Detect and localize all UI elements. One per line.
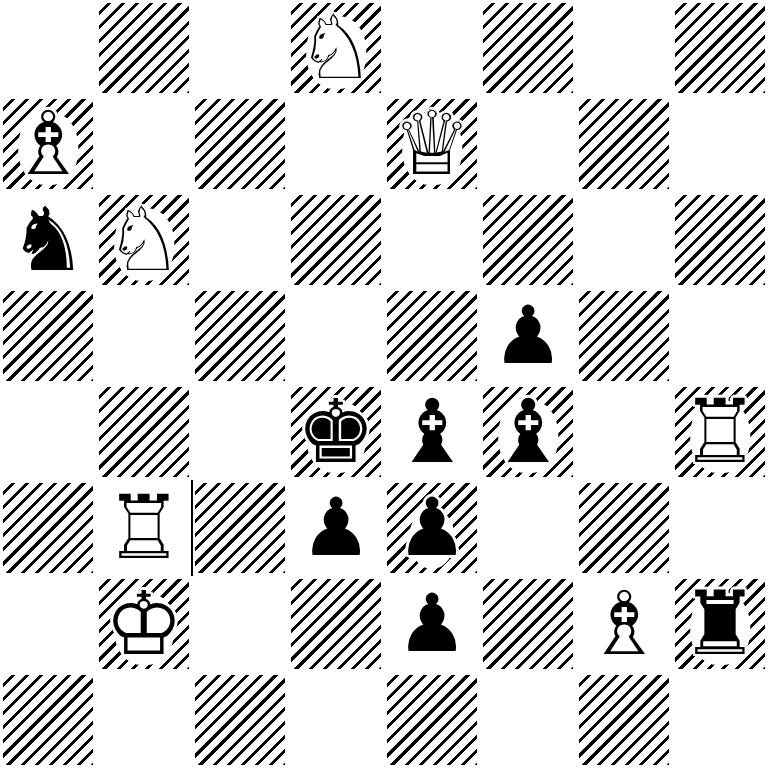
black-bishop-glyph: ♝ [393,384,472,480]
piece-white-queen[interactable]: ♕ [384,96,480,192]
square-g6[interactable] [576,192,672,288]
square-f7[interactable] [480,96,576,192]
white-knight-glyph: ♘ [297,0,376,96]
square-b6[interactable]: ♘ [96,192,192,288]
piece-white-king[interactable]: ♔ [96,576,192,672]
piece-white-rook[interactable]: ♖ [672,384,768,480]
square-c5[interactable] [192,288,288,384]
square-d1[interactable] [288,672,384,768]
piece-black-knight[interactable]: ♞ [0,192,96,288]
square-a4[interactable] [0,384,96,480]
white-queen-glyph: ♕ [393,96,472,192]
square-a7[interactable]: ♗ [0,96,96,192]
square-b1[interactable] [96,672,192,768]
square-f3[interactable] [480,480,576,576]
piece-white-rook[interactable]: ♖ [96,480,192,576]
square-g1[interactable] [576,672,672,768]
white-bishop-glyph: ♗ [9,96,88,192]
square-f6[interactable] [480,192,576,288]
square-e2[interactable]: ♟ [384,576,480,672]
piece-black-pawn[interactable]: ♟ [288,480,384,576]
square-a8[interactable] [0,0,96,96]
square-f1[interactable] [480,672,576,768]
square-b8[interactable] [96,0,192,96]
square-f8[interactable] [480,0,576,96]
black-king-glyph: ♚ [297,384,376,480]
black-pawn-glyph: ♟ [396,576,468,672]
square-h2[interactable]: ♜ [672,576,768,672]
white-bishop-glyph: ♗ [585,576,664,672]
black-rook-glyph: ♜ [681,576,760,672]
square-h4[interactable]: ♖ [672,384,768,480]
square-f2[interactable] [480,576,576,672]
square-d7[interactable] [288,96,384,192]
square-e3[interactable]: ♟ [384,480,480,576]
square-d4[interactable]: ♚ [288,384,384,480]
piece-black-pawn[interactable]: ♟ [384,576,480,672]
chess-board: ♘♗♕♞♘♟♚♝♝♖♖♟♟♔♟♗♜ [0,0,768,768]
square-g5[interactable] [576,288,672,384]
square-c7[interactable] [192,96,288,192]
black-knight-glyph: ♞ [9,192,88,288]
square-h8[interactable] [672,0,768,96]
square-g2[interactable]: ♗ [576,576,672,672]
square-d6[interactable] [288,192,384,288]
square-h7[interactable] [672,96,768,192]
square-d3[interactable]: ♟ [288,480,384,576]
square-g7[interactable] [576,96,672,192]
square-c1[interactable] [192,672,288,768]
white-king-glyph: ♔ [105,576,184,672]
white-knight-glyph: ♘ [105,192,184,288]
piece-black-bishop[interactable]: ♝ [384,384,480,480]
square-h1[interactable] [672,672,768,768]
square-e4[interactable]: ♝ [384,384,480,480]
square-g8[interactable] [576,0,672,96]
white-rook-glyph: ♖ [105,480,184,576]
piece-white-knight[interactable]: ♘ [288,0,384,96]
piece-white-bishop[interactable]: ♗ [0,96,96,192]
piece-black-king[interactable]: ♚ [288,384,384,480]
square-a6[interactable]: ♞ [0,192,96,288]
square-b5[interactable] [96,288,192,384]
square-h3[interactable] [672,480,768,576]
piece-black-bishop[interactable]: ♝ [480,384,576,480]
square-h6[interactable] [672,192,768,288]
square-a5[interactable] [0,288,96,384]
square-f5[interactable]: ♟ [480,288,576,384]
piece-black-pawn[interactable]: ♟ [480,288,576,384]
square-f4[interactable]: ♝ [480,384,576,480]
square-c2[interactable] [192,576,288,672]
square-c3[interactable] [192,480,288,576]
square-boundary-line [191,480,193,576]
square-d8[interactable]: ♘ [288,0,384,96]
square-b3[interactable]: ♖ [96,480,192,576]
square-b2[interactable]: ♔ [96,576,192,672]
black-pawn-glyph: ♟ [300,480,372,576]
square-g3[interactable] [576,480,672,576]
square-e5[interactable] [384,288,480,384]
square-e8[interactable] [384,0,480,96]
black-pawn-glyph: ♟ [492,288,564,384]
piece-white-knight[interactable]: ♘ [96,192,192,288]
square-e6[interactable] [384,192,480,288]
square-a2[interactable] [0,576,96,672]
square-b4[interactable] [96,384,192,480]
square-b7[interactable] [96,96,192,192]
black-bishop-glyph: ♝ [489,384,568,480]
square-c6[interactable] [192,192,288,288]
square-h5[interactable] [672,288,768,384]
square-e7[interactable]: ♕ [384,96,480,192]
square-c4[interactable] [192,384,288,480]
square-e1[interactable] [384,672,480,768]
square-c8[interactable] [192,0,288,96]
black-pawn-glyph: ♟ [396,480,468,576]
piece-black-rook[interactable]: ♜ [672,576,768,672]
square-g4[interactable] [576,384,672,480]
square-d2[interactable] [288,576,384,672]
square-a1[interactable] [0,672,96,768]
white-rook-glyph: ♖ [681,384,760,480]
piece-black-pawn[interactable]: ♟ [384,480,480,576]
piece-white-bishop[interactable]: ♗ [576,576,672,672]
square-a3[interactable] [0,480,96,576]
square-d5[interactable] [288,288,384,384]
